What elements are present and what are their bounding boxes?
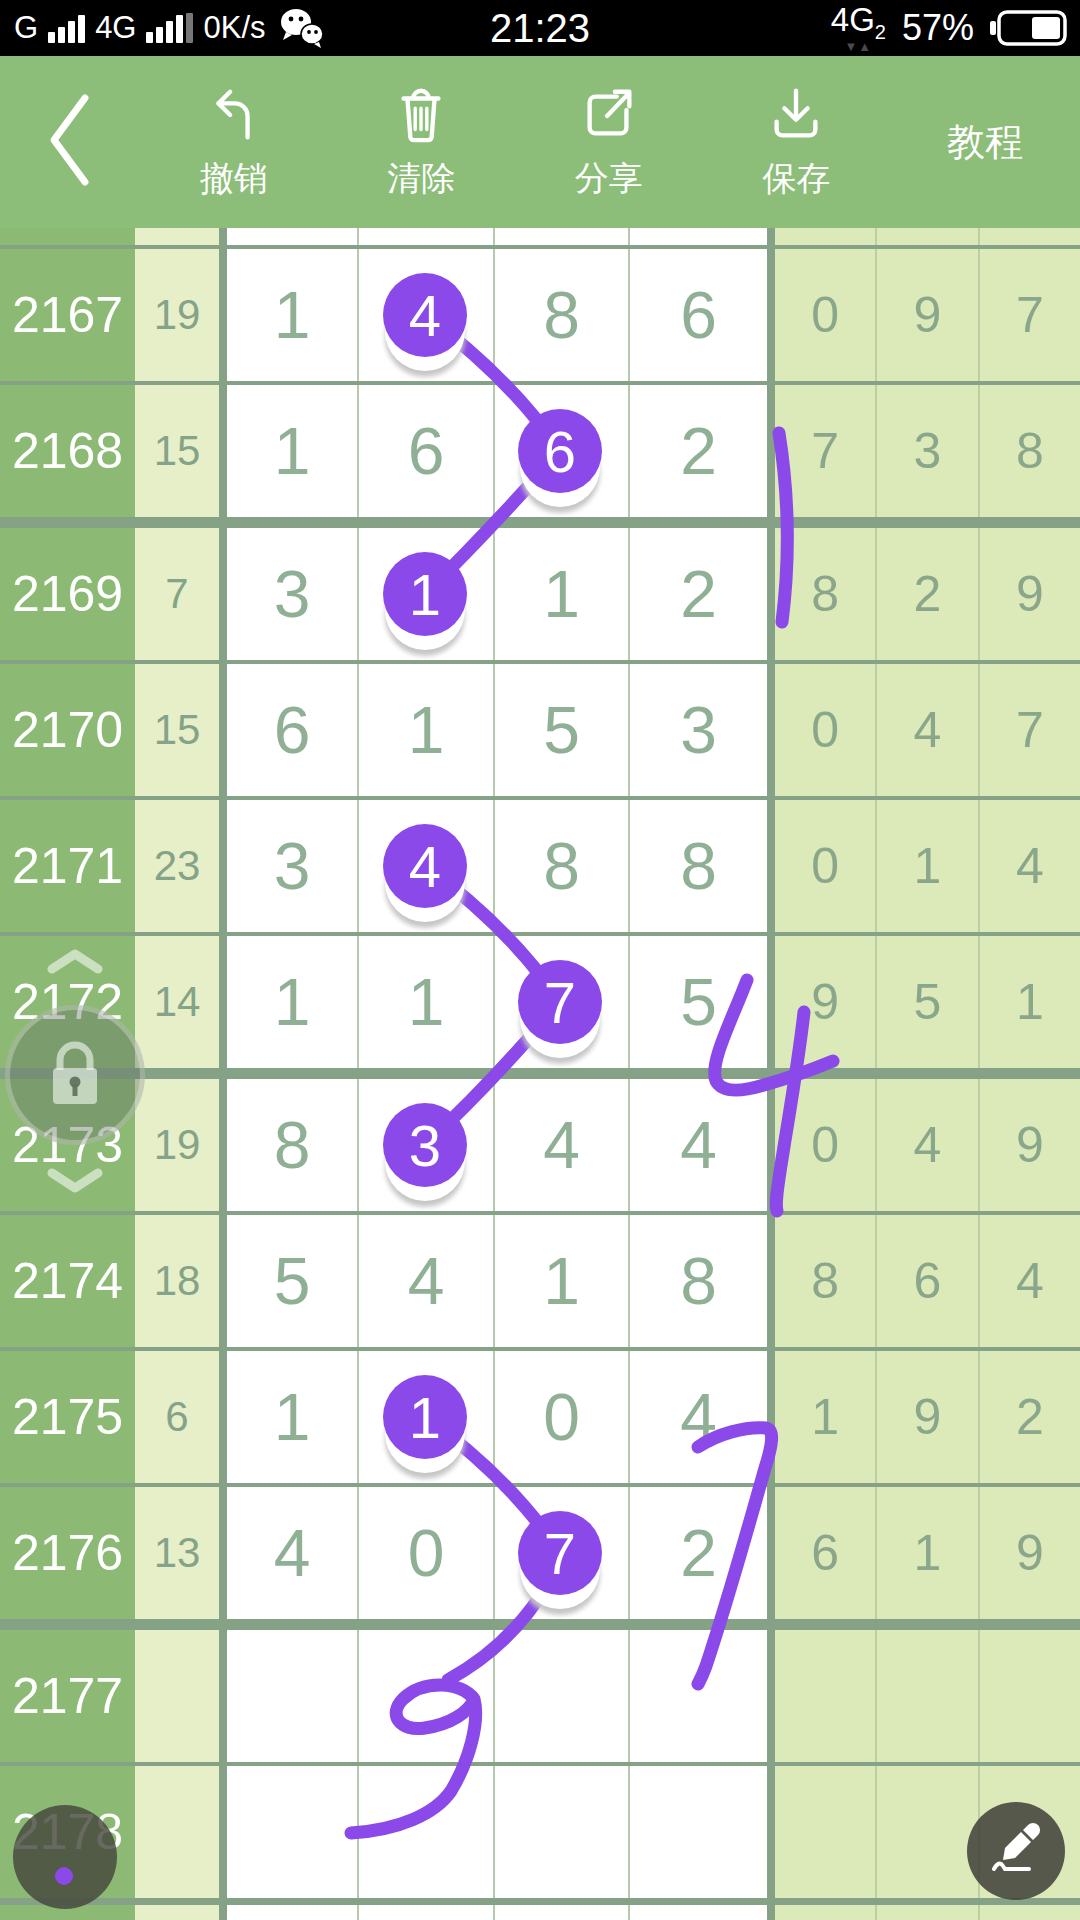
period-label: 2168 xyxy=(0,385,135,517)
trash-icon xyxy=(390,83,452,149)
digit-cell[interactable] xyxy=(493,228,628,245)
side-digit-cell[interactable]: 9 xyxy=(875,1351,977,1483)
digit-cell[interactable]: 1 xyxy=(357,664,493,796)
side-digit-cell[interactable]: 9 xyxy=(875,249,977,381)
clear-label: 清除 xyxy=(387,156,455,202)
sum-value xyxy=(135,1630,219,1762)
digit-cell[interactable]: 8 xyxy=(227,1079,357,1211)
secondary-network-indicator: 4G2 ▼▲ xyxy=(831,3,886,53)
side-digit-cell[interactable]: 0 xyxy=(775,800,875,932)
grid-vertical-divider xyxy=(767,249,775,381)
share-button[interactable]: 分享 xyxy=(515,83,703,202)
digit-cell[interactable]: 4 xyxy=(357,1215,493,1347)
side-digit-cell[interactable]: 9 xyxy=(978,528,1080,660)
grid-vertical-divider xyxy=(219,1905,227,1920)
grid-vertical-divider xyxy=(767,1905,775,1920)
grid-vertical-divider xyxy=(219,1766,227,1898)
period-label: 2170 xyxy=(0,664,135,796)
digit-cell[interactable]: 1 xyxy=(493,528,628,660)
grid-vertical-divider xyxy=(219,249,227,381)
undo-button[interactable]: 撤销 xyxy=(140,83,328,202)
sum-value xyxy=(135,1905,219,1920)
digit-cell[interactable]: 1 xyxy=(493,1215,628,1347)
circled-digit-token[interactable]: 4 xyxy=(383,824,467,908)
side-digit-cell[interactable]: 1 xyxy=(875,1487,977,1619)
grid-vertical-divider xyxy=(767,1079,775,1211)
digit-cell[interactable]: 8 xyxy=(493,249,628,381)
digit-cell[interactable]: 1 xyxy=(227,936,357,1068)
digit-cell[interactable]: 6 xyxy=(357,385,493,517)
period-label: 2171 xyxy=(0,800,135,932)
wechat-icon xyxy=(276,6,328,50)
period-label: 2175 xyxy=(0,1351,135,1483)
grid-row-2178: 2178 xyxy=(0,1766,1080,1898)
signal-bars-icon xyxy=(146,13,193,43)
grid-vertical-divider xyxy=(767,1487,775,1619)
digit-cell[interactable]: 8 xyxy=(493,800,628,932)
side-digit-cell[interactable]: 0 xyxy=(775,249,875,381)
period-label: 2167 xyxy=(0,249,135,381)
side-digit-cell[interactable]: 7 xyxy=(978,664,1080,796)
circled-digit-token[interactable]: 3 xyxy=(383,1103,467,1187)
download-tray-icon xyxy=(765,83,827,149)
grid-row-2170: 2170156153047 xyxy=(0,664,1080,796)
row-divider xyxy=(0,1898,1080,1905)
digit-cell[interactable] xyxy=(357,228,493,245)
sum-value: 15 xyxy=(135,664,219,796)
grid-vertical-divider xyxy=(219,1630,227,1762)
grid-vertical-divider xyxy=(219,1351,227,1483)
status-bar: 21:23 G 4G 0K/s 4G2 ▼▲ xyxy=(0,0,1080,56)
period-label: 2177 xyxy=(0,1630,135,1762)
side-digit-cell[interactable]: 0 xyxy=(775,1079,875,1211)
sum-value: 7 xyxy=(135,528,219,660)
grid-vertical-divider xyxy=(767,1766,775,1898)
grid-vertical-divider xyxy=(219,1215,227,1347)
digit-cell[interactable] xyxy=(493,1905,628,1920)
grid-vertical-divider xyxy=(767,1215,775,1347)
sum-value: 18 xyxy=(135,1215,219,1347)
undo-label: 撤销 xyxy=(200,156,268,202)
sum-value: 14 xyxy=(135,936,219,1068)
grid-row-2173: 2173198344049 xyxy=(0,1079,1080,1211)
digit-cell[interactable]: 2 xyxy=(628,1487,767,1619)
side-digit-cell[interactable]: 2 xyxy=(875,528,977,660)
digit-cell[interactable]: 4 xyxy=(628,1079,767,1211)
row-divider xyxy=(0,1619,1080,1630)
side-digit-cell[interactable]: 8 xyxy=(775,1215,875,1347)
side-digit-cell[interactable]: 8 xyxy=(978,385,1080,517)
sum-value: 19 xyxy=(135,1079,219,1211)
grid-vertical-divider xyxy=(219,228,227,245)
side-digit-cell[interactable]: 1 xyxy=(875,800,977,932)
scroll-up-chevron[interactable] xyxy=(46,948,104,978)
grid-row-2169: 216973112829 xyxy=(0,528,1080,660)
grid-vertical-divider xyxy=(767,228,775,245)
digit-cell[interactable] xyxy=(357,1766,493,1898)
grid-vertical-divider xyxy=(219,664,227,796)
digit-cell[interactable]: 3 xyxy=(227,800,357,932)
side-digit-cell[interactable] xyxy=(775,228,875,245)
share-box-arrow-icon xyxy=(578,83,640,149)
digit-cell[interactable]: 6 xyxy=(227,664,357,796)
grid-row xyxy=(0,228,1080,245)
purple-color-dot xyxy=(55,1867,73,1885)
network-type-label: 4G xyxy=(95,10,136,46)
grid-vertical-divider xyxy=(767,800,775,932)
digit-cell[interactable] xyxy=(493,1766,628,1898)
row-divider xyxy=(0,1068,1080,1079)
side-digit-cell[interactable]: 9 xyxy=(978,1487,1080,1619)
side-digit-cell[interactable]: 7 xyxy=(775,385,875,517)
digit-cell[interactable]: 5 xyxy=(628,936,767,1068)
side-digit-cell[interactable]: 8 xyxy=(775,528,875,660)
side-digit-cell[interactable] xyxy=(775,1766,875,1898)
grid-row-2177: 2177 xyxy=(0,1630,1080,1762)
grid-row-2175: 217561104192 xyxy=(0,1351,1080,1483)
grid-vertical-divider xyxy=(219,936,227,1068)
side-digit-cell[interactable] xyxy=(875,1905,977,1920)
digit-cell[interactable]: 1 xyxy=(227,249,357,381)
grid-vertical-divider xyxy=(219,528,227,660)
side-digit-cell[interactable] xyxy=(775,1905,875,1920)
digit-cell[interactable] xyxy=(227,228,357,245)
digit-cell[interactable] xyxy=(227,1766,357,1898)
grid-vertical-divider xyxy=(767,936,775,1068)
digit-cell[interactable] xyxy=(227,1905,357,1920)
side-digit-cell[interactable] xyxy=(875,1630,977,1762)
circled-digit-token[interactable]: 1 xyxy=(383,552,467,636)
grid-row-2171: 2171233488014 xyxy=(0,800,1080,932)
digit-cell[interactable]: 8 xyxy=(628,800,767,932)
period-label: 2174 xyxy=(0,1215,135,1347)
sum-value: 13 xyxy=(135,1487,219,1619)
digit-cell[interactable]: 2 xyxy=(628,528,767,660)
side-digit-cell[interactable]: 1 xyxy=(775,1351,875,1483)
grid-vertical-divider xyxy=(767,528,775,660)
lock-icon xyxy=(43,1038,107,1112)
sum-value: 6 xyxy=(135,1351,219,1483)
grid-row-2167: 2167191486097 xyxy=(0,249,1080,381)
digit-cell[interactable] xyxy=(493,1630,628,1762)
sum-value xyxy=(135,228,219,245)
side-digit-cell[interactable]: 2 xyxy=(978,1351,1080,1483)
digit-cell[interactable] xyxy=(628,1766,767,1898)
grid-vertical-divider xyxy=(767,385,775,517)
side-digit-cell[interactable]: 6 xyxy=(875,1215,977,1347)
side-digit-cell[interactable]: 6 xyxy=(775,1487,875,1619)
digit-cell[interactable]: 8 xyxy=(628,1215,767,1347)
digit-cell[interactable]: 0 xyxy=(493,1351,628,1483)
side-digit-cell[interactable]: 9 xyxy=(978,1079,1080,1211)
lock-scroll-button[interactable] xyxy=(5,1005,145,1145)
scroll-down-chevron[interactable] xyxy=(46,1168,104,1198)
digit-cell[interactable]: 4 xyxy=(493,1079,628,1211)
digit-cell[interactable]: 6 xyxy=(628,249,767,381)
grid-vertical-divider xyxy=(219,1487,227,1619)
digit-cell[interactable]: 1 xyxy=(357,936,493,1068)
save-label: 保存 xyxy=(762,156,830,202)
digit-cell[interactable]: 0 xyxy=(357,1487,493,1619)
tutorial-button[interactable]: 教程 xyxy=(890,117,1080,168)
signal-bars-icon xyxy=(48,13,85,43)
side-digit-cell[interactable]: 5 xyxy=(875,936,977,1068)
battery-icon xyxy=(990,9,1068,47)
circled-digit-token[interactable]: 7 xyxy=(518,960,602,1044)
circled-digit-token[interactable]: 6 xyxy=(518,409,602,493)
row-divider xyxy=(0,517,1080,528)
network-speed-label: 0K/s xyxy=(203,10,265,46)
digit-cell[interactable]: 1 xyxy=(227,1351,357,1483)
side-digit-cell[interactable] xyxy=(978,1630,1080,1762)
side-digit-cell[interactable]: 4 xyxy=(875,1079,977,1211)
digit-cell[interactable]: 4 xyxy=(227,1487,357,1619)
circled-digit-token[interactable]: 4 xyxy=(383,273,467,357)
share-label: 分享 xyxy=(575,156,643,202)
side-digit-cell[interactable]: 9 xyxy=(775,936,875,1068)
side-digit-cell[interactable]: 0 xyxy=(775,664,875,796)
sum-value xyxy=(135,1766,219,1898)
digit-cell[interactable] xyxy=(357,1905,493,1920)
circled-digit-token[interactable]: 1 xyxy=(383,1375,467,1459)
sum-value: 23 xyxy=(135,800,219,932)
circled-digit-token[interactable]: 7 xyxy=(518,1511,602,1595)
clear-button[interactable]: 清除 xyxy=(328,83,516,202)
digit-cell[interactable] xyxy=(357,1630,493,1762)
grid-vertical-divider xyxy=(219,1079,227,1211)
digit-cell[interactable]: 5 xyxy=(227,1215,357,1347)
side-digit-cell[interactable] xyxy=(978,228,1080,245)
digit-cell[interactable]: 2 xyxy=(628,385,767,517)
digit-cell[interactable] xyxy=(628,1630,767,1762)
sum-value: 15 xyxy=(135,385,219,517)
side-digit-cell[interactable]: 3 xyxy=(875,385,977,517)
updown-arrows-icon: ▼▲ xyxy=(844,40,872,53)
side-digit-cell[interactable] xyxy=(775,1630,875,1762)
side-digit-cell[interactable] xyxy=(875,228,977,245)
digit-cell[interactable]: 4 xyxy=(628,1351,767,1483)
back-chevron-icon xyxy=(40,90,100,194)
side-digit-cell[interactable]: 1 xyxy=(978,936,1080,1068)
undo-arrow-icon xyxy=(203,83,265,149)
grid-vertical-divider xyxy=(219,385,227,517)
period-label: 2176 xyxy=(0,1487,135,1619)
grid-vertical-divider xyxy=(767,1351,775,1483)
sum-value: 19 xyxy=(135,249,219,381)
side-digit-cell[interactable]: 4 xyxy=(978,1215,1080,1347)
back-button[interactable] xyxy=(0,90,140,194)
digit-cell[interactable] xyxy=(628,1905,767,1920)
period-label: 2169 xyxy=(0,528,135,660)
digit-cell[interactable]: 5 xyxy=(493,664,628,796)
digit-cell[interactable]: 3 xyxy=(628,664,767,796)
side-digit-cell[interactable]: 4 xyxy=(875,664,977,796)
grid-vertical-divider xyxy=(219,800,227,932)
grid-row-2174: 2174185418864 xyxy=(0,1215,1080,1347)
grid-vertical-divider xyxy=(767,1630,775,1762)
grid-row xyxy=(0,1905,1080,1920)
save-button[interactable]: 保存 xyxy=(703,83,891,202)
tool-indicator-button[interactable] xyxy=(13,1805,117,1909)
period-label xyxy=(0,228,135,245)
digit-cell[interactable] xyxy=(628,228,767,245)
battery-percent-label: 57% xyxy=(902,7,974,49)
digit-cell[interactable]: 1 xyxy=(227,385,357,517)
side-digit-cell[interactable] xyxy=(978,1905,1080,1920)
side-digit-cell[interactable] xyxy=(875,1766,977,1898)
digit-cell[interactable] xyxy=(227,1630,357,1762)
side-digit-cell[interactable]: 4 xyxy=(978,800,1080,932)
digit-cell[interactable]: 3 xyxy=(227,528,357,660)
toolbar: 撤销 清除 分享 保存 xyxy=(0,56,1080,228)
carrier-g-label: G xyxy=(14,10,38,46)
side-digit-cell[interactable]: 7 xyxy=(978,249,1080,381)
grid-vertical-divider xyxy=(767,664,775,796)
draw-pen-button[interactable] xyxy=(967,1802,1065,1900)
marker-pen-icon xyxy=(984,1817,1048,1885)
